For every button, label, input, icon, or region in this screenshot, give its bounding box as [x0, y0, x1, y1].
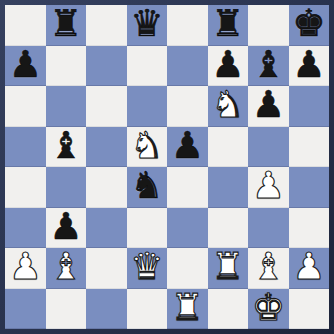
piece-black-bishop-g7[interactable]: ♝	[252, 46, 285, 86]
square-f5[interactable]	[208, 127, 249, 168]
piece-white-bishop-g2[interactable]: ♝	[252, 248, 285, 288]
piece-white-king-g1[interactable]: ♚	[252, 289, 285, 329]
square-f7[interactable]: ♟	[208, 46, 249, 87]
piece-black-knight-d4[interactable]: ♞	[130, 167, 163, 207]
square-e7[interactable]	[167, 46, 208, 87]
square-b7[interactable]	[46, 46, 87, 87]
piece-black-rook-f8[interactable]: ♜	[211, 5, 244, 45]
square-c8[interactable]	[86, 5, 127, 46]
piece-black-pawn-g6[interactable]: ♟	[252, 86, 285, 126]
piece-black-pawn-f7[interactable]: ♟	[211, 46, 244, 86]
piece-black-pawn-h7[interactable]: ♟	[292, 46, 325, 86]
square-c5[interactable]	[86, 127, 127, 168]
square-f1[interactable]	[208, 289, 249, 330]
square-a1[interactable]	[5, 289, 46, 330]
square-h2[interactable]: ♟	[289, 248, 330, 289]
piece-black-queen-d8[interactable]: ♛	[130, 5, 163, 45]
piece-black-king-h8[interactable]: ♚	[292, 5, 325, 45]
chess-board-frame: ♜♛♜♚♟♟♝♟♞♟♝♞♟♞♟♟♟♝♛♜♝♟♜♚	[0, 0, 334, 334]
square-f2[interactable]: ♜	[208, 248, 249, 289]
square-e8[interactable]	[167, 5, 208, 46]
square-h1[interactable]	[289, 289, 330, 330]
piece-black-pawn-a7[interactable]: ♟	[9, 46, 42, 86]
piece-white-pawn-h2[interactable]: ♟	[292, 248, 325, 288]
square-c6[interactable]	[86, 86, 127, 127]
square-g6[interactable]: ♟	[248, 86, 289, 127]
square-a3[interactable]	[5, 208, 46, 249]
chess-board: ♜♛♜♚♟♟♝♟♞♟♝♞♟♞♟♟♟♝♛♜♝♟♜♚	[5, 5, 329, 329]
square-a5[interactable]	[5, 127, 46, 168]
square-e2[interactable]	[167, 248, 208, 289]
piece-white-rook-f2[interactable]: ♜	[211, 248, 244, 288]
square-b6[interactable]	[46, 86, 87, 127]
piece-white-pawn-a2[interactable]: ♟	[9, 248, 42, 288]
square-c2[interactable]	[86, 248, 127, 289]
piece-black-rook-b8[interactable]: ♜	[49, 5, 82, 45]
square-h8[interactable]: ♚	[289, 5, 330, 46]
square-h4[interactable]	[289, 167, 330, 208]
square-e6[interactable]	[167, 86, 208, 127]
square-d2[interactable]: ♛	[127, 248, 168, 289]
square-h3[interactable]	[289, 208, 330, 249]
square-c1[interactable]	[86, 289, 127, 330]
square-d5[interactable]: ♞	[127, 127, 168, 168]
square-c3[interactable]	[86, 208, 127, 249]
piece-white-queen-d2[interactable]: ♛	[130, 248, 163, 288]
square-g7[interactable]: ♝	[248, 46, 289, 87]
square-a8[interactable]	[5, 5, 46, 46]
square-g2[interactable]: ♝	[248, 248, 289, 289]
square-d1[interactable]	[127, 289, 168, 330]
square-d3[interactable]	[127, 208, 168, 249]
square-e4[interactable]	[167, 167, 208, 208]
piece-white-bishop-b2[interactable]: ♝	[49, 248, 82, 288]
square-g8[interactable]	[248, 5, 289, 46]
square-d7[interactable]	[127, 46, 168, 87]
square-b8[interactable]: ♜	[46, 5, 87, 46]
piece-white-knight-f6[interactable]: ♞	[211, 86, 244, 126]
square-f4[interactable]	[208, 167, 249, 208]
piece-black-pawn-b3[interactable]: ♟	[49, 208, 82, 248]
square-a4[interactable]	[5, 167, 46, 208]
square-h7[interactable]: ♟	[289, 46, 330, 87]
square-f8[interactable]: ♜	[208, 5, 249, 46]
square-g4[interactable]: ♟	[248, 167, 289, 208]
square-e1[interactable]: ♜	[167, 289, 208, 330]
square-b1[interactable]	[46, 289, 87, 330]
square-c4[interactable]	[86, 167, 127, 208]
square-g1[interactable]: ♚	[248, 289, 289, 330]
square-d8[interactable]: ♛	[127, 5, 168, 46]
piece-white-pawn-g4[interactable]: ♟	[252, 167, 285, 207]
square-a2[interactable]: ♟	[5, 248, 46, 289]
piece-white-knight-d5[interactable]: ♞	[130, 127, 163, 167]
square-b2[interactable]: ♝	[46, 248, 87, 289]
square-d4[interactable]: ♞	[127, 167, 168, 208]
square-a7[interactable]: ♟	[5, 46, 46, 87]
square-b4[interactable]	[46, 167, 87, 208]
square-h6[interactable]	[289, 86, 330, 127]
square-g5[interactable]	[248, 127, 289, 168]
square-a6[interactable]	[5, 86, 46, 127]
piece-black-pawn-e5[interactable]: ♟	[171, 127, 204, 167]
piece-black-bishop-b5[interactable]: ♝	[49, 127, 82, 167]
square-f6[interactable]: ♞	[208, 86, 249, 127]
square-b5[interactable]: ♝	[46, 127, 87, 168]
piece-white-rook-e1[interactable]: ♜	[171, 289, 204, 329]
square-e3[interactable]	[167, 208, 208, 249]
square-f3[interactable]	[208, 208, 249, 249]
square-b3[interactable]: ♟	[46, 208, 87, 249]
square-c7[interactable]	[86, 46, 127, 87]
square-h5[interactable]	[289, 127, 330, 168]
square-g3[interactable]	[248, 208, 289, 249]
square-d6[interactable]	[127, 86, 168, 127]
square-e5[interactable]: ♟	[167, 127, 208, 168]
